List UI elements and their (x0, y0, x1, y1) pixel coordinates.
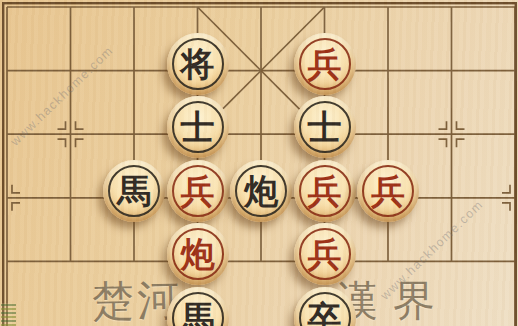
piece-glyph: 兵 (357, 160, 419, 222)
piece-black-advisor-1[interactable]: 士 (167, 96, 229, 158)
xiangqi-board[interactable]: 楚河 漢界 www.hackhome.com www.hackhome.com … (0, 0, 518, 326)
piece-black-cannon[interactable]: 炮 (230, 160, 292, 222)
piece-glyph: 兵 (294, 223, 356, 285)
piece-black-horse-2[interactable]: 馬 (167, 287, 229, 326)
piece-glyph: 将 (167, 33, 229, 95)
piece-black-advisor-2[interactable]: 士 (294, 96, 356, 158)
piece-glyph: 士 (294, 96, 356, 158)
piece-black-horse-1[interactable]: 馬 (103, 160, 165, 222)
pieces-layer: 将兵士士馬兵炮兵兵炮兵馬卒 (0, 0, 518, 326)
piece-red-soldier-2[interactable]: 兵 (167, 160, 229, 222)
piece-glyph: 卒 (294, 287, 356, 326)
piece-glyph: 馬 (167, 287, 229, 326)
piece-red-soldier-3[interactable]: 兵 (294, 160, 356, 222)
piece-glyph: 兵 (294, 33, 356, 95)
piece-black-general[interactable]: 将 (167, 33, 229, 95)
piece-red-cannon[interactable]: 炮 (167, 223, 229, 285)
piece-glyph: 兵 (167, 160, 229, 222)
piece-glyph: 炮 (230, 160, 292, 222)
piece-glyph: 馬 (103, 160, 165, 222)
piece-glyph: 士 (167, 96, 229, 158)
piece-red-soldier-5[interactable]: 兵 (294, 223, 356, 285)
piece-glyph: 兵 (294, 160, 356, 222)
piece-glyph: 炮 (167, 223, 229, 285)
piece-red-soldier-1[interactable]: 兵 (294, 33, 356, 95)
piece-red-soldier-4[interactable]: 兵 (357, 160, 419, 222)
piece-black-soldier[interactable]: 卒 (294, 287, 356, 326)
